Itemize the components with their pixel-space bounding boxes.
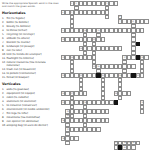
crossword-worksheet: Write the appropriate Spanish word in th… — [0, 0, 150, 150]
clue-text: to throw [echar] — [6, 29, 59, 32]
clue-text: environment [el medio ambiente] — [6, 108, 59, 111]
grid-cell[interactable] — [140, 73, 144, 78]
cell-number: 4 — [62, 11, 63, 13]
cell-number: 39 — [128, 141, 130, 143]
clues-column: Write the appropriate Spanish word in th… — [2, 2, 59, 128]
crossword-grid: 1234567891011121314151617181920212223242… — [61, 1, 149, 150]
clue-item: 6.environment [el medio ambiente] — [2, 108, 59, 111]
grid-cell[interactable] — [83, 91, 87, 96]
clue-item: 8.landscape [el paisaje] — [2, 45, 59, 48]
cell-number: 10 — [84, 29, 86, 31]
clue-item: 9.can opener [el abrelatas] — [2, 120, 59, 123]
grid-cell[interactable] — [118, 96, 122, 101]
clue-text: natural resources [los recursos naturale… — [6, 61, 59, 67]
clue-text: aluminum [el aluminio] — [6, 100, 59, 103]
clue-text: bottle [la botella] — [6, 21, 59, 24]
grid-cell[interactable] — [118, 46, 122, 51]
worksheet-instructions: Write the appropriate Spanish word in th… — [2, 2, 59, 8]
cell-number: 40 — [133, 141, 135, 143]
cell-number: 13 — [93, 38, 95, 40]
clue-text: fire logs [la leña] — [6, 112, 59, 115]
cell-number: 28 — [115, 92, 117, 94]
cell-number: 27 — [71, 92, 73, 94]
cell-number: 16 — [71, 56, 73, 58]
grid-cell[interactable] — [144, 55, 148, 60]
cell-number: 5 — [71, 11, 72, 13]
clue-item: 1.fire [la fogata] — [2, 17, 59, 20]
grid-cell[interactable] — [65, 141, 69, 146]
clue-item: 5.recycling [el reciclaje] — [2, 33, 59, 36]
grid-cell[interactable] — [131, 145, 135, 150]
clue-text: beauty [la belleza] — [6, 25, 59, 28]
cell-number: 25 — [137, 74, 139, 76]
clue-item: 15.forest [el bosque] — [2, 76, 59, 79]
cell-number: 22 — [80, 74, 82, 76]
cell-number: 20 — [97, 65, 99, 67]
clue-text: landscape [el paisaje] — [6, 45, 59, 48]
clue-item: 11.flashlight [la linterna] — [2, 57, 59, 60]
grid-cell[interactable] — [74, 136, 78, 141]
clue-text: can opener [el abrelatas] — [6, 120, 59, 123]
clue-item: 8.mountains [las montañas] — [2, 116, 59, 119]
cell-number: 26 — [62, 92, 64, 94]
clue-text: sleeping bag [el saco de dormir] — [6, 124, 59, 127]
grid-cell[interactable] — [136, 141, 140, 146]
cell-number: 6 — [119, 15, 120, 17]
black-cell — [114, 100, 118, 105]
cell-number: 30 — [84, 101, 86, 103]
clue-text: forest [el bosque] — [6, 76, 59, 79]
cell-number: 23 — [102, 74, 104, 76]
cell-number: 34 — [62, 119, 64, 121]
clue-text: flashlight [la linterna] — [6, 57, 59, 60]
grid-cell[interactable] — [101, 37, 105, 42]
cell-number: 38 — [124, 141, 126, 143]
cell-number: 31 — [141, 101, 143, 103]
clue-text: equipment [el equipo] — [6, 92, 59, 95]
clue-item: 1.soda [la gaseosa] — [2, 88, 59, 91]
clue-text: trash can [el basurero] — [6, 68, 59, 71]
clue-text: tent [la tienda de acampar] — [6, 53, 59, 56]
cell-number: 29 — [62, 101, 64, 103]
across-clue-list: 1.fire [la fogata]2.bottle [la botella]3… — [2, 17, 59, 79]
clue-item: 10.tent [la tienda de acampar] — [2, 53, 59, 56]
cell-number: 2 — [75, 2, 76, 4]
clue-item: 7.blanket [la manta] — [2, 41, 59, 44]
cell-number: 12 — [62, 38, 64, 40]
grid-cell[interactable] — [140, 109, 144, 114]
grid-cell[interactable] — [114, 1, 118, 6]
cell-number: 11 — [97, 29, 99, 31]
clue-item: 3.beauty [la belleza] — [2, 25, 59, 28]
cell-number: 8 — [133, 20, 134, 22]
cell-number: 19 — [93, 65, 95, 67]
clue-item: 9.can [la lata] — [2, 49, 59, 52]
clue-item: 3.cabin [la cabaña] — [2, 96, 59, 99]
cell-number: 35 — [67, 128, 69, 130]
clue-item: 5.to conserve [conservar] — [2, 104, 59, 107]
clue-text: altitude [la altura] — [6, 37, 59, 40]
clue-item: 10.sleeping bag [el saco de dormir] — [2, 124, 59, 127]
clue-item: 4.to throw [echar] — [2, 29, 59, 32]
clue-text: can [la lata] — [6, 49, 59, 52]
cell-number: 17 — [124, 56, 126, 58]
down-heading: Verticales — [2, 82, 59, 86]
clue-item: 12.natural resources [los recursos natur… — [2, 61, 59, 67]
clue-item: 7.fire logs [la leña] — [2, 112, 59, 115]
black-cell — [136, 42, 140, 47]
clue-item: 2.bottle [la botella] — [2, 21, 59, 24]
clue-item: 14.to pollute [contaminar] — [2, 72, 59, 75]
cell-number: 7 — [119, 20, 120, 22]
down-clue-list: 1.soda [la gaseosa]2.equipment [el equip… — [2, 88, 59, 127]
cell-number: 41 — [124, 146, 126, 148]
cell-number: 18 — [141, 56, 143, 58]
cell-number: 36 — [62, 137, 64, 139]
cell-number: 15 — [62, 56, 64, 58]
clue-text: to conserve [conservar] — [6, 104, 59, 107]
clue-text: fire [la fogata] — [6, 17, 59, 20]
grid-cell[interactable] — [105, 15, 109, 20]
cell-number: 14 — [80, 47, 82, 49]
clue-text: soda [la gaseosa] — [6, 88, 59, 91]
cell-number: 21 — [62, 74, 64, 76]
cell-number: 24 — [119, 74, 121, 76]
cell-number: 32 — [67, 110, 69, 112]
cell-number: 3 — [106, 2, 107, 4]
cell-number: 37 — [115, 141, 117, 143]
clue-text: recycling [el reciclaje] — [6, 33, 59, 36]
clue-text: blanket [la manta] — [6, 41, 59, 44]
cell-number: 33 — [67, 114, 69, 116]
clue-text: cabin [la cabaña] — [6, 96, 59, 99]
grid-cell[interactable] — [105, 109, 109, 114]
grid-cell[interactable] — [131, 64, 135, 69]
clue-item: 4.aluminum [el aluminio] — [2, 100, 59, 103]
clue-item: 2.equipment [el equipo] — [2, 92, 59, 95]
cell-number: 1 — [71, 2, 72, 4]
cell-number: 9 — [62, 29, 63, 31]
clue-item: 13.trash can [el basurero] — [2, 68, 59, 71]
across-heading: Horizontales — [2, 11, 59, 15]
grid-cell[interactable] — [96, 127, 100, 132]
clue-item: 6.altitude [la altura] — [2, 37, 59, 40]
clue-text: mountains [las montañas] — [6, 116, 59, 119]
grid-cell[interactable] — [140, 28, 144, 33]
clue-text: to pollute [contaminar] — [6, 72, 59, 75]
grid-cell[interactable] — [127, 91, 131, 96]
grid-cell[interactable] — [105, 118, 109, 123]
grid-cell[interactable] — [144, 19, 148, 24]
